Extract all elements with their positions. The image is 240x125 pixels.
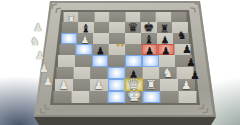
captured-white-piece-2: ♟ <box>35 50 45 61</box>
square-f7[interactable]: ♚ <box>141 22 157 33</box>
square-c2[interactable]: ♟ <box>90 79 108 91</box>
square-b3[interactable] <box>74 67 91 79</box>
square-g3[interactable]: ♞ <box>159 67 176 79</box>
square-a3[interactable] <box>57 67 74 79</box>
square-a2[interactable]: ♟ <box>55 79 73 91</box>
square-d3[interactable] <box>108 67 125 79</box>
square-d2[interactable] <box>108 79 126 91</box>
square-f1[interactable] <box>143 91 161 104</box>
square-f5[interactable]: ♟ <box>141 44 157 56</box>
square-c3[interactable] <box>91 67 108 79</box>
captured-black-piece-3: ♟ <box>190 70 200 81</box>
square-g2[interactable] <box>160 79 178 91</box>
square-e4[interactable] <box>125 55 142 67</box>
square-g1[interactable] <box>161 91 179 104</box>
square-b6[interactable]: ♟ <box>77 33 93 44</box>
square-d8[interactable] <box>110 12 125 22</box>
square-h1[interactable] <box>179 91 197 104</box>
square-sparkle-markers: ✦✦ <box>116 43 124 48</box>
square-a4[interactable] <box>58 55 75 67</box>
captured-white-piece-4: ♟ <box>43 76 53 87</box>
square-a7[interactable] <box>62 22 78 33</box>
square-c1[interactable] <box>89 91 107 104</box>
square-a5[interactable] <box>60 44 76 56</box>
square-e1[interactable]: ♚ <box>125 91 143 104</box>
square-c7[interactable] <box>94 22 110 33</box>
captured-white-piece-0: ♟ <box>33 22 43 33</box>
square-a8[interactable]: ♜ <box>64 12 79 22</box>
square-b7[interactable]: ♝ <box>78 22 94 33</box>
square-a6[interactable] <box>61 33 77 44</box>
square-d7[interactable] <box>109 22 125 33</box>
square-g8[interactable] <box>156 12 171 22</box>
square-f2[interactable]: ♜ <box>143 79 161 91</box>
square-d4[interactable] <box>108 55 125 67</box>
square-d1[interactable] <box>107 91 125 104</box>
captured-black-piece-1: ♟ <box>182 44 192 55</box>
square-c8[interactable] <box>94 12 109 22</box>
square-b1[interactable] <box>71 91 89 104</box>
square-b5[interactable] <box>76 44 92 56</box>
captured-black-piece-2: ♟ <box>186 57 196 68</box>
chess-game-scene: ♜♝♛♚♜♟♝♟♟♟♟♟♞♟♟♛♜♟♚ ♟♞♟♟♟♞♟♟♟ ❯❯❯❯❯❯❯❯ ✦… <box>0 0 240 125</box>
square-g6[interactable]: ♟ <box>157 33 173 44</box>
captured-black-piece-0: ♞ <box>177 30 187 41</box>
square-a1[interactable] <box>54 91 72 104</box>
square-f6[interactable]: ♝ <box>141 33 157 44</box>
square-c5[interactable]: ♟ <box>92 44 108 56</box>
square-g5[interactable]: ♟ <box>158 44 174 56</box>
captured-white-piece-3: ♟ <box>39 63 49 74</box>
square-c4[interactable] <box>92 55 109 67</box>
square-b8[interactable] <box>79 12 94 22</box>
square-b2[interactable] <box>73 79 91 91</box>
square-h8[interactable] <box>171 12 186 22</box>
square-f4[interactable] <box>142 55 159 67</box>
square-b4[interactable] <box>75 55 92 67</box>
square-g7[interactable]: ♜ <box>157 22 173 33</box>
square-c6[interactable] <box>93 33 109 44</box>
square-e5[interactable] <box>125 44 141 56</box>
captured-white-piece-1: ♞ <box>30 36 40 47</box>
piece-wK-e1[interactable]: ♚ <box>126 87 141 104</box>
chess-board[interactable]: ♜♝♛♚♜♟♝♟♟♟♟♟♞♟♟♛♜♟♚ <box>0 0 240 125</box>
square-e7[interactable]: ♛ <box>125 22 141 33</box>
square-e6[interactable] <box>125 33 141 44</box>
